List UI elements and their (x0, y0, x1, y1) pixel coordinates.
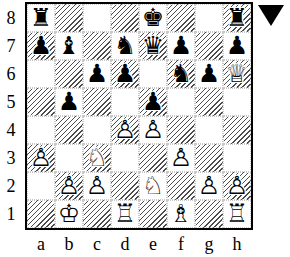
file-label-c: c (83, 233, 111, 255)
square-c8[interactable] (83, 4, 111, 32)
square-b3[interactable] (55, 144, 83, 172)
rank-labels: 87654321 (0, 4, 22, 228)
file-label-b: b (55, 233, 83, 255)
piece-black-pawn: ♟♟ (195, 60, 223, 88)
square-a4[interactable] (27, 116, 55, 144)
square-d5[interactable] (111, 88, 139, 116)
rank-label-8: 8 (0, 4, 22, 32)
piece-black-pawn: ♟♟ (55, 88, 83, 116)
piece-black-pawn: ♟♟ (83, 60, 111, 88)
square-h3[interactable] (223, 144, 251, 172)
square-e3[interactable] (139, 144, 167, 172)
square-a2[interactable] (27, 172, 55, 200)
piece-white-pawn: ♟♙ (55, 172, 83, 200)
square-h2[interactable]: ♟♙ (223, 172, 251, 200)
square-e6[interactable] (139, 60, 167, 88)
square-d1[interactable]: ♜♖ (111, 200, 139, 228)
piece-black-rook: ♜♜ (223, 4, 251, 32)
rank-label-1: 1 (0, 200, 22, 228)
square-e2[interactable]: ♞♘ (139, 172, 167, 200)
square-d3[interactable] (111, 144, 139, 172)
square-c1[interactable] (83, 200, 111, 228)
square-b5[interactable]: ♟♟ (55, 88, 83, 116)
square-f3[interactable]: ♟♙ (167, 144, 195, 172)
piece-black-queen: ♛♛ (139, 32, 167, 60)
piece-white-rook: ♜♖ (111, 200, 139, 228)
square-a6[interactable] (27, 60, 55, 88)
square-g3[interactable] (195, 144, 223, 172)
square-f7[interactable]: ♟♟ (167, 32, 195, 60)
square-e5[interactable]: ♟♟ (139, 88, 167, 116)
square-g8[interactable] (195, 4, 223, 32)
square-d6[interactable]: ♟♟ (111, 60, 139, 88)
rank-label-4: 4 (0, 116, 22, 144)
square-c7[interactable] (83, 32, 111, 60)
square-b4[interactable] (55, 116, 83, 144)
square-a1[interactable] (27, 200, 55, 228)
rank-label-6: 6 (0, 60, 22, 88)
file-label-h: h (223, 233, 251, 255)
square-h1[interactable]: ♜♖ (223, 200, 251, 228)
square-d8[interactable] (111, 4, 139, 32)
square-h6[interactable]: ♛♕ (223, 60, 251, 88)
piece-white-pawn: ♟♙ (27, 144, 55, 172)
square-h5[interactable] (223, 88, 251, 116)
square-b1[interactable]: ♚♔ (55, 200, 83, 228)
file-label-g: g (195, 233, 223, 255)
square-e1[interactable] (139, 200, 167, 228)
square-a8[interactable]: ♜♜ (27, 4, 55, 32)
square-a5[interactable] (27, 88, 55, 116)
black-to-move-indicator (258, 5, 284, 26)
square-f5[interactable] (167, 88, 195, 116)
piece-black-pawn: ♟♟ (27, 32, 55, 60)
square-c4[interactable] (83, 116, 111, 144)
piece-black-knight: ♞♞ (167, 60, 195, 88)
square-a7[interactable]: ♟♟ (27, 32, 55, 60)
piece-black-king: ♚♚ (139, 4, 167, 32)
file-label-f: f (167, 233, 195, 255)
piece-black-pawn: ♟♟ (111, 60, 139, 88)
piece-white-pawn: ♟♙ (223, 172, 251, 200)
square-e4[interactable]: ♟♙ (139, 116, 167, 144)
square-h8[interactable]: ♜♜ (223, 4, 251, 32)
square-h7[interactable]: ♟♟ (223, 32, 251, 60)
square-f4[interactable] (167, 116, 195, 144)
square-f8[interactable] (167, 4, 195, 32)
piece-white-knight: ♞♘ (83, 144, 111, 172)
piece-black-knight: ♞♞ (111, 32, 139, 60)
piece-white-king: ♚♔ (55, 200, 83, 228)
file-label-d: d (111, 233, 139, 255)
piece-white-knight: ♞♘ (139, 172, 167, 200)
square-d2[interactable] (111, 172, 139, 200)
square-g1[interactable] (195, 200, 223, 228)
square-b6[interactable] (55, 60, 83, 88)
rank-label-5: 5 (0, 88, 22, 116)
square-f1[interactable]: ♝♗ (167, 200, 195, 228)
square-c5[interactable] (83, 88, 111, 116)
square-b8[interactable] (55, 4, 83, 32)
file-labels: abcdefgh (27, 233, 251, 255)
piece-black-rook: ♜♜ (27, 4, 55, 32)
piece-white-pawn: ♟♙ (111, 116, 139, 144)
piece-white-bishop: ♝♗ (167, 200, 195, 228)
square-g7[interactable] (195, 32, 223, 60)
piece-white-rook: ♜♖ (223, 200, 251, 228)
chess-diagram: 87654321 ♜♜♚♚♜♜♟♟♝♝♞♞♛♛♟♟♟♟♟♟♟♟♞♞♟♟♛♕♟♟♟… (0, 0, 290, 257)
piece-white-pawn: ♟♙ (83, 172, 111, 200)
piece-white-queen: ♛♕ (223, 60, 251, 88)
square-g5[interactable] (195, 88, 223, 116)
piece-black-pawn: ♟♟ (167, 32, 195, 60)
file-label-a: a (27, 233, 55, 255)
square-h4[interactable] (223, 116, 251, 144)
rank-label-3: 3 (0, 144, 22, 172)
square-e8[interactable]: ♚♚ (139, 4, 167, 32)
piece-white-pawn: ♟♙ (195, 172, 223, 200)
file-label-e: e (139, 233, 167, 255)
rank-label-7: 7 (0, 32, 22, 60)
square-g4[interactable] (195, 116, 223, 144)
piece-black-pawn: ♟♟ (139, 88, 167, 116)
piece-black-pawn: ♟♟ (223, 32, 251, 60)
square-f2[interactable] (167, 172, 195, 200)
square-a3[interactable]: ♟♙ (27, 144, 55, 172)
piece-black-bishop: ♝♝ (55, 32, 83, 60)
square-b7[interactable]: ♝♝ (55, 32, 83, 60)
piece-white-pawn: ♟♙ (167, 144, 195, 172)
square-d4[interactable]: ♟♙ (111, 116, 139, 144)
square-c6[interactable]: ♟♟ (83, 60, 111, 88)
square-c2[interactable]: ♟♙ (83, 172, 111, 200)
piece-white-pawn: ♟♙ (139, 116, 167, 144)
square-g6[interactable]: ♟♟ (195, 60, 223, 88)
rank-label-2: 2 (0, 172, 22, 200)
chess-board[interactable]: ♜♜♚♚♜♜♟♟♝♝♞♞♛♛♟♟♟♟♟♟♟♟♞♞♟♟♛♕♟♟♟♟♟♙♟♙♟♙♞♘… (25, 2, 253, 230)
square-f6[interactable]: ♞♞ (167, 60, 195, 88)
square-e7[interactable]: ♛♛ (139, 32, 167, 60)
square-c3[interactable]: ♞♘ (83, 144, 111, 172)
square-d7[interactable]: ♞♞ (111, 32, 139, 60)
square-b2[interactable]: ♟♙ (55, 172, 83, 200)
square-g2[interactable]: ♟♙ (195, 172, 223, 200)
